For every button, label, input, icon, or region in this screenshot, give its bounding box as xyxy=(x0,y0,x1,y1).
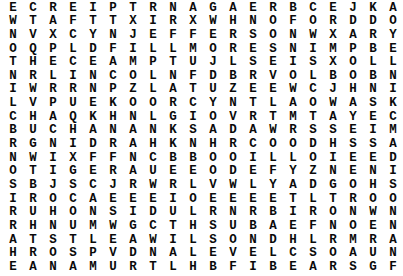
letter-cell: L xyxy=(243,178,263,192)
letter-cell: C xyxy=(63,192,83,206)
letter-cell: E xyxy=(283,260,303,274)
letter-cell: N xyxy=(383,247,403,261)
letter-cell: I xyxy=(63,137,83,151)
letter-cell: H xyxy=(143,137,163,151)
letter-cell: E xyxy=(263,192,283,206)
letter-cell: T xyxy=(283,192,303,206)
letter-cell: A xyxy=(383,137,403,151)
letter-cell: B xyxy=(363,69,383,83)
letter-cell: G xyxy=(123,219,143,233)
letter-cell: A xyxy=(343,97,363,111)
letter-cell: S xyxy=(383,178,403,192)
letter-cell: I xyxy=(3,192,23,206)
letter-cell: N xyxy=(43,137,63,151)
letter-cell: H xyxy=(43,206,63,220)
letter-cell: T xyxy=(263,110,283,124)
letter-cell: C xyxy=(383,110,403,124)
letter-cell: N xyxy=(143,247,163,261)
letter-cell: O xyxy=(63,206,83,220)
letter-cell: L xyxy=(143,69,163,83)
letter-cell: U xyxy=(63,219,83,233)
letter-cell: S xyxy=(303,247,323,261)
letter-cell: N xyxy=(103,124,123,138)
letter-cell: B xyxy=(263,206,283,220)
letter-cell: N xyxy=(243,15,263,29)
letter-cell: O xyxy=(123,97,143,111)
letter-cell: N xyxy=(223,97,243,111)
letter-cell: D xyxy=(83,137,103,151)
letter-cell: O xyxy=(343,56,363,70)
letter-cell: K xyxy=(103,97,123,111)
letter-cell: T xyxy=(163,219,183,233)
letter-cell: E xyxy=(163,165,183,179)
letter-cell: J xyxy=(43,178,63,192)
letter-cell: O xyxy=(343,219,363,233)
letter-cell: N xyxy=(3,69,23,83)
letter-cell: B xyxy=(363,42,383,56)
letter-cell: R xyxy=(143,1,163,15)
letter-cell: T xyxy=(323,192,343,206)
letter-cell: H xyxy=(223,15,243,29)
letter-cell: N xyxy=(283,42,303,56)
letter-cell: H xyxy=(203,137,223,151)
letter-cell: E xyxy=(243,192,263,206)
letter-cell: A xyxy=(23,260,43,274)
letter-cell: F xyxy=(63,15,83,29)
letter-cell: D xyxy=(223,165,243,179)
letter-cell: C xyxy=(303,1,323,15)
letter-cell: I xyxy=(123,206,143,220)
letter-cell: F xyxy=(183,28,203,42)
letter-cell: D xyxy=(203,69,223,83)
letter-cell: J xyxy=(103,178,123,192)
letter-cell: N xyxy=(283,28,303,42)
letter-cell: A xyxy=(343,28,363,42)
letter-cell: V xyxy=(223,110,243,124)
letter-cell: D xyxy=(303,137,323,151)
letter-cell: S xyxy=(103,206,123,220)
letter-cell: Y xyxy=(83,28,103,42)
letter-cell: D xyxy=(83,42,103,56)
letter-cell: I xyxy=(243,151,263,165)
letter-cell: O xyxy=(263,15,283,29)
letter-cell: N xyxy=(163,1,183,15)
letter-cell: F xyxy=(283,15,303,29)
letter-cell: J xyxy=(343,1,363,15)
letter-cell: G xyxy=(323,178,343,192)
letter-cell: L xyxy=(3,97,23,111)
letter-cell: O xyxy=(203,110,223,124)
letter-cell: A xyxy=(63,260,83,274)
letter-cell: A xyxy=(123,165,143,179)
letter-cell: T xyxy=(63,233,83,247)
letter-cell: T xyxy=(23,15,43,29)
letter-cell: B xyxy=(163,151,183,165)
letter-cell: E xyxy=(3,260,23,274)
letter-cell: U xyxy=(23,124,43,138)
letter-cell: O xyxy=(203,42,223,56)
letter-cell: T xyxy=(183,83,203,97)
letter-cell: E xyxy=(243,42,263,56)
letter-cell: R xyxy=(303,206,323,220)
letter-cell: L xyxy=(143,42,163,56)
letter-cell: L xyxy=(263,97,283,111)
letter-cell: I xyxy=(43,165,63,179)
letter-cell: N xyxy=(123,151,143,165)
letter-cell: R xyxy=(323,15,343,29)
letter-cell: W xyxy=(203,15,223,29)
letter-cell: E xyxy=(203,192,223,206)
letter-cell: R xyxy=(3,219,23,233)
letter-cell: E xyxy=(383,42,403,56)
letter-cell: H xyxy=(183,260,203,274)
letter-cell: N xyxy=(383,69,403,83)
letter-cell: G xyxy=(363,260,383,274)
letter-cell: A xyxy=(383,1,403,15)
letter-cell: F xyxy=(303,219,323,233)
letter-cell: J xyxy=(123,28,143,42)
letter-cell: O xyxy=(363,192,383,206)
letter-cell: A xyxy=(223,1,243,15)
letter-cell: U xyxy=(183,56,203,70)
letter-cell: R xyxy=(343,192,363,206)
letter-cell: I xyxy=(63,69,83,83)
letter-cell: A xyxy=(43,110,63,124)
letter-cell: A xyxy=(163,83,183,97)
letter-cell: I xyxy=(3,83,23,97)
letter-cell: S xyxy=(243,28,263,42)
letter-cell: X xyxy=(63,151,83,165)
word-search-grid: ECREIPTRNAGAERBCEJKAWTAFTTXIRXWHNOFORDDO… xyxy=(3,1,403,274)
letter-cell: H xyxy=(23,219,43,233)
letter-cell: X xyxy=(323,56,343,70)
letter-cell: H xyxy=(23,56,43,70)
letter-cell: E xyxy=(203,247,223,261)
letter-cell: D xyxy=(383,151,403,165)
letter-cell: N xyxy=(183,137,203,151)
letter-cell: B xyxy=(223,69,243,83)
letter-cell: R xyxy=(23,69,43,83)
letter-cell: G xyxy=(203,1,223,15)
letter-cell: L xyxy=(263,151,283,165)
letter-cell: Y xyxy=(383,28,403,42)
letter-cell: B xyxy=(243,219,263,233)
letter-cell: R xyxy=(223,28,243,42)
letter-cell: T xyxy=(163,56,183,70)
letter-cell: P xyxy=(103,1,123,15)
letter-cell: A xyxy=(103,56,123,70)
letter-cell: A xyxy=(83,192,103,206)
letter-cell: L xyxy=(163,42,183,56)
letter-cell: L xyxy=(63,42,83,56)
letter-cell: F xyxy=(263,165,283,179)
letter-cell: L xyxy=(183,247,203,261)
letter-cell: A xyxy=(203,124,223,138)
letter-cell: T xyxy=(23,233,43,247)
letter-cell: B xyxy=(323,69,343,83)
letter-cell: L xyxy=(183,206,203,220)
letter-cell: W xyxy=(103,219,123,233)
letter-cell: V xyxy=(223,247,243,261)
letter-cell: C xyxy=(23,1,43,15)
letter-cell: W xyxy=(303,28,323,42)
letter-cell: A xyxy=(303,260,323,274)
letter-cell: E xyxy=(263,56,283,70)
letter-cell: Y xyxy=(343,110,363,124)
letter-cell: A xyxy=(323,110,343,124)
letter-cell: A xyxy=(283,97,303,111)
letter-cell: R xyxy=(363,28,383,42)
letter-cell: H xyxy=(183,219,203,233)
letter-cell: C xyxy=(3,110,23,124)
letter-cell: I xyxy=(183,110,203,124)
letter-cell: E xyxy=(83,97,103,111)
letter-cell: E xyxy=(203,28,223,42)
letter-cell: E xyxy=(223,192,243,206)
letter-cell: T xyxy=(243,97,263,111)
letter-cell: N xyxy=(3,28,23,42)
letter-cell: O xyxy=(203,151,223,165)
letter-cell: D xyxy=(223,124,243,138)
letter-cell: I xyxy=(243,260,263,274)
letter-cell: E xyxy=(243,165,263,179)
letter-cell: S xyxy=(43,233,63,247)
letter-cell: S xyxy=(343,260,363,274)
letter-cell: S xyxy=(63,178,83,192)
letter-cell: K xyxy=(163,124,183,138)
letter-cell: C xyxy=(143,219,163,233)
letter-cell: M xyxy=(83,260,103,274)
letter-cell: E xyxy=(343,124,363,138)
letter-cell: O xyxy=(383,192,403,206)
letter-cell: K xyxy=(83,110,103,124)
letter-cell: C xyxy=(183,97,203,111)
letter-cell: S xyxy=(63,247,83,261)
letter-cell: S xyxy=(363,97,383,111)
letter-cell: R xyxy=(203,206,223,220)
letter-cell: M xyxy=(383,124,403,138)
letter-cell: E xyxy=(143,192,163,206)
letter-cell: X xyxy=(183,15,203,29)
letter-cell: N xyxy=(343,206,363,220)
letter-cell: E xyxy=(83,165,103,179)
letter-cell: H xyxy=(363,178,383,192)
letter-cell: U xyxy=(23,206,43,220)
letter-cell: B xyxy=(263,260,283,274)
letter-cell: G xyxy=(163,110,183,124)
letter-cell: L xyxy=(283,151,303,165)
letter-cell: E xyxy=(43,56,63,70)
letter-cell: O xyxy=(343,69,363,83)
letter-cell: R xyxy=(63,83,83,97)
letter-cell: I xyxy=(303,42,323,56)
letter-cell: T xyxy=(103,15,123,29)
letter-cell: S xyxy=(203,219,223,233)
letter-cell: B xyxy=(183,151,203,165)
letter-cell: E xyxy=(3,1,23,15)
letter-cell: N xyxy=(223,206,243,220)
letter-cell: E xyxy=(343,151,363,165)
letter-cell: I xyxy=(323,151,343,165)
letter-cell: N xyxy=(363,83,383,97)
letter-cell: E xyxy=(123,192,143,206)
letter-cell: V xyxy=(203,178,223,192)
letter-cell: R xyxy=(363,233,383,247)
letter-cell: A xyxy=(83,124,103,138)
letter-cell: L xyxy=(303,233,323,247)
letter-cell: E xyxy=(363,219,383,233)
letter-cell: M xyxy=(123,56,143,70)
letter-cell: L xyxy=(143,110,163,124)
letter-cell: Z xyxy=(303,165,323,179)
letter-cell: W xyxy=(143,233,163,247)
letter-cell: O xyxy=(123,69,143,83)
letter-cell: C xyxy=(63,28,83,42)
letter-cell: W xyxy=(3,15,23,29)
letter-cell: P xyxy=(143,56,163,70)
letter-cell: L xyxy=(43,69,63,83)
letter-cell: L xyxy=(303,192,323,206)
letter-cell: Y xyxy=(203,97,223,111)
letter-cell: R xyxy=(3,206,23,220)
letter-cell: S xyxy=(303,124,323,138)
letter-cell: L xyxy=(143,83,163,97)
letter-cell: Z xyxy=(123,83,143,97)
letter-cell: E xyxy=(363,151,383,165)
letter-cell: C xyxy=(283,247,303,261)
letter-cell: D xyxy=(363,15,383,29)
letter-cell: E xyxy=(183,165,203,179)
letter-cell: A xyxy=(183,1,203,15)
letter-cell: S xyxy=(263,42,283,56)
letter-cell: S xyxy=(363,137,383,151)
letter-cell: E xyxy=(343,165,363,179)
letter-cell: W xyxy=(143,178,163,192)
letter-cell: O xyxy=(43,192,63,206)
letter-cell: L xyxy=(303,69,323,83)
letter-cell: B xyxy=(23,178,43,192)
letter-cell: Q xyxy=(23,42,43,56)
letter-cell: V xyxy=(263,69,283,83)
letter-cell: O xyxy=(323,206,343,220)
letter-cell: N xyxy=(83,83,103,97)
letter-cell: L xyxy=(263,247,283,261)
letter-cell: R xyxy=(123,178,143,192)
letter-cell: Z xyxy=(223,83,243,97)
letter-cell: I xyxy=(123,42,143,56)
letter-cell: T xyxy=(123,1,143,15)
letter-cell: O xyxy=(323,247,343,261)
letter-cell: I xyxy=(383,83,403,97)
letter-cell: P xyxy=(103,83,123,97)
letter-cell: R xyxy=(323,260,343,274)
letter-cell: J xyxy=(323,83,343,97)
letter-cell: T xyxy=(3,56,23,70)
letter-cell: L xyxy=(383,56,403,70)
letter-cell: F xyxy=(83,151,103,165)
letter-cell: C xyxy=(303,83,323,97)
letter-cell: O xyxy=(383,15,403,29)
letter-cell: N xyxy=(123,110,143,124)
letter-cell: I xyxy=(43,151,63,165)
letter-cell: T xyxy=(143,260,163,274)
letter-cell: R xyxy=(223,137,243,151)
letter-cell: U xyxy=(223,219,243,233)
letter-cell: T xyxy=(23,165,43,179)
letter-cell: D xyxy=(343,15,363,29)
letter-cell: D xyxy=(123,247,143,261)
letter-cell: N xyxy=(43,219,63,233)
letter-cell: R xyxy=(243,110,263,124)
letter-cell: R xyxy=(23,192,43,206)
letter-cell: L xyxy=(183,178,203,192)
letter-cell: K xyxy=(383,97,403,111)
letter-cell: P xyxy=(343,42,363,56)
letter-cell: O xyxy=(303,151,323,165)
letter-cell: N xyxy=(383,206,403,220)
letter-cell: L xyxy=(83,233,103,247)
letter-cell: C xyxy=(63,56,83,70)
letter-cell: A xyxy=(383,233,403,247)
letter-cell: A xyxy=(123,233,143,247)
letter-cell: U xyxy=(103,260,123,274)
letter-cell: M xyxy=(183,42,203,56)
letter-cell: E xyxy=(323,1,343,15)
letter-cell: I xyxy=(283,56,303,70)
letter-cell: S xyxy=(3,178,23,192)
letter-cell: H xyxy=(323,137,343,151)
letter-cell: S xyxy=(203,233,223,247)
letter-cell: E xyxy=(83,56,103,70)
letter-cell: R xyxy=(163,178,183,192)
letter-cell: O xyxy=(143,97,163,111)
letter-cell: S xyxy=(303,56,323,70)
letter-cell: U xyxy=(63,97,83,111)
letter-cell: C xyxy=(83,178,103,192)
letter-cell: O xyxy=(203,165,223,179)
letter-cell: O xyxy=(283,69,303,83)
letter-cell: E xyxy=(103,233,123,247)
letter-cell: B xyxy=(203,260,223,274)
letter-cell: R xyxy=(243,69,263,83)
letter-cell: E xyxy=(243,247,263,261)
letter-cell: W xyxy=(263,124,283,138)
letter-cell: N xyxy=(3,151,23,165)
letter-cell: V xyxy=(103,247,123,261)
letter-cell: I xyxy=(143,15,163,29)
letter-cell: X xyxy=(323,28,343,42)
letter-cell: F xyxy=(223,260,243,274)
letter-cell: R xyxy=(23,247,43,261)
letter-cell: R xyxy=(43,83,63,97)
letter-cell: R xyxy=(163,15,183,29)
letter-cell: A xyxy=(163,247,183,261)
letter-cell: P xyxy=(43,42,63,56)
letter-cell: M xyxy=(323,42,343,56)
letter-cell: I xyxy=(163,192,183,206)
letter-cell: X xyxy=(123,15,143,29)
letter-cell: B xyxy=(3,124,23,138)
letter-cell: N xyxy=(243,233,263,247)
letter-cell: W xyxy=(23,151,43,165)
letter-cell: D xyxy=(263,233,283,247)
letter-cell: D xyxy=(143,206,163,220)
letter-cell: R xyxy=(263,1,283,15)
letter-cell: O xyxy=(223,151,243,165)
letter-cell: N xyxy=(43,260,63,274)
letter-cell: R xyxy=(3,137,23,151)
letter-cell: U xyxy=(363,247,383,261)
